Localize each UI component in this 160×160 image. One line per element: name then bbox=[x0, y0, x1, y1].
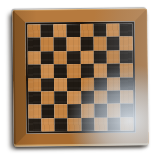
square-f6 bbox=[93, 50, 106, 64]
photo-background bbox=[0, 0, 160, 160]
board-frame bbox=[12, 8, 148, 146]
square-c1 bbox=[55, 118, 68, 132]
square-g2 bbox=[107, 104, 120, 118]
square-d1 bbox=[68, 118, 81, 132]
square-a3 bbox=[28, 91, 41, 105]
square-e6 bbox=[80, 51, 93, 65]
square-f5 bbox=[93, 64, 106, 78]
square-b8 bbox=[41, 24, 54, 38]
square-a1 bbox=[28, 118, 41, 132]
square-h5 bbox=[120, 64, 133, 78]
square-e1 bbox=[81, 117, 94, 131]
square-f8 bbox=[93, 24, 106, 38]
square-f3 bbox=[94, 91, 107, 105]
square-h7 bbox=[119, 37, 132, 51]
square-f4 bbox=[94, 77, 107, 91]
square-c5 bbox=[54, 64, 67, 78]
square-g7 bbox=[106, 37, 119, 51]
square-g3 bbox=[107, 90, 120, 104]
square-b4 bbox=[41, 78, 54, 92]
square-e8 bbox=[80, 24, 93, 38]
square-h2 bbox=[120, 104, 133, 118]
square-d8 bbox=[67, 24, 80, 38]
square-g6 bbox=[106, 50, 119, 64]
square-d2 bbox=[68, 104, 81, 118]
square-a6 bbox=[28, 51, 41, 65]
square-c4 bbox=[54, 78, 67, 92]
square-e4 bbox=[81, 77, 94, 91]
square-a2 bbox=[28, 105, 41, 119]
square-f2 bbox=[94, 104, 107, 118]
square-e5 bbox=[80, 64, 93, 78]
square-e7 bbox=[80, 37, 93, 51]
square-a8 bbox=[27, 24, 40, 38]
square-f1 bbox=[94, 117, 107, 131]
square-h4 bbox=[120, 77, 133, 91]
square-b3 bbox=[41, 91, 54, 105]
square-a7 bbox=[28, 38, 41, 52]
square-g5 bbox=[107, 64, 120, 78]
board-grid bbox=[27, 23, 133, 131]
square-b1 bbox=[42, 118, 55, 132]
square-b7 bbox=[41, 38, 54, 52]
square-b6 bbox=[41, 51, 54, 65]
square-c7 bbox=[54, 38, 67, 52]
checkerboard bbox=[12, 8, 148, 146]
board-inner-border bbox=[25, 21, 135, 133]
square-h6 bbox=[120, 50, 133, 64]
square-e2 bbox=[81, 104, 94, 118]
square-b2 bbox=[41, 105, 54, 119]
square-c2 bbox=[55, 104, 68, 118]
square-a4 bbox=[28, 78, 41, 92]
square-d3 bbox=[68, 91, 81, 105]
square-a5 bbox=[28, 65, 41, 79]
square-c3 bbox=[54, 91, 67, 105]
square-e3 bbox=[81, 91, 94, 105]
square-c8 bbox=[54, 24, 67, 38]
square-d5 bbox=[67, 64, 80, 78]
square-h1 bbox=[120, 117, 133, 131]
square-d4 bbox=[67, 78, 80, 92]
square-b5 bbox=[41, 64, 54, 78]
square-h3 bbox=[120, 90, 133, 104]
square-g8 bbox=[106, 24, 119, 38]
square-g1 bbox=[107, 117, 120, 131]
square-d7 bbox=[67, 37, 80, 51]
square-c6 bbox=[54, 51, 67, 65]
square-g4 bbox=[107, 77, 120, 91]
square-f7 bbox=[93, 37, 106, 51]
square-d6 bbox=[67, 51, 80, 65]
square-h8 bbox=[119, 23, 132, 37]
